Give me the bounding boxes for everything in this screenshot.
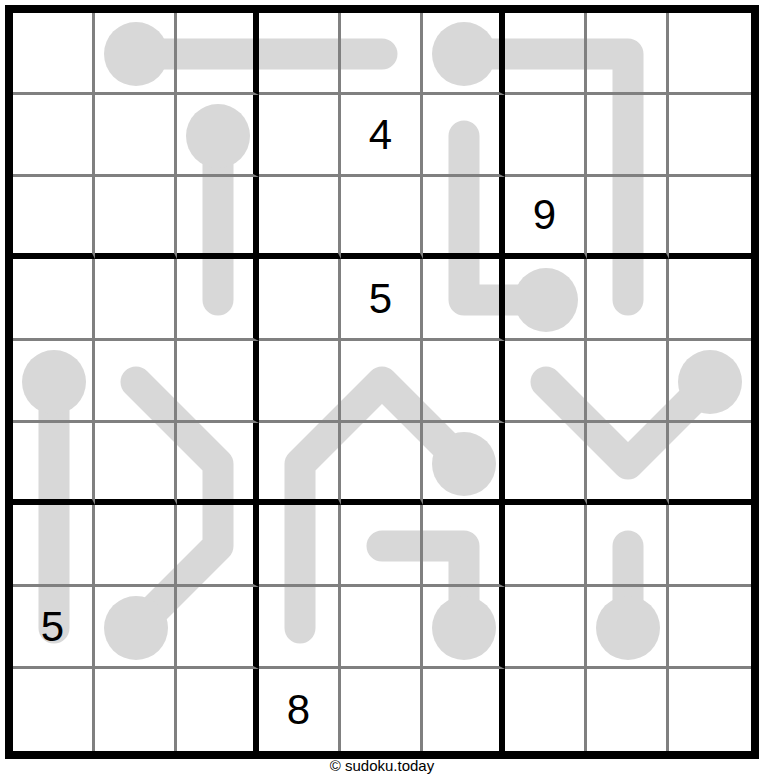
cell-r8c7[interactable]: [587, 669, 669, 751]
cell-r7c6[interactable]: [505, 587, 587, 669]
cell-r1c7[interactable]: [587, 95, 669, 177]
cell-r3c5[interactable]: [423, 259, 505, 341]
cell-r4c0[interactable]: [13, 341, 95, 423]
cell-r3c2[interactable]: [177, 259, 259, 341]
cell-r8c2[interactable]: [177, 669, 259, 751]
cell-r8c0[interactable]: [13, 669, 95, 751]
cell-r6c6[interactable]: [505, 505, 587, 587]
given-digit: 5: [369, 278, 392, 320]
cell-r7c0[interactable]: 5: [13, 587, 95, 669]
cell-r7c7[interactable]: [587, 587, 669, 669]
cell-r3c8[interactable]: [669, 259, 751, 341]
cell-r7c2[interactable]: [177, 587, 259, 669]
cell-r0c8[interactable]: [669, 13, 751, 95]
given-digit: 5: [41, 606, 64, 648]
cell-r3c3[interactable]: [259, 259, 341, 341]
cell-r7c8[interactable]: [669, 587, 751, 669]
cell-r2c3[interactable]: [259, 177, 341, 259]
cell-r2c1[interactable]: [95, 177, 177, 259]
given-digit: 4: [369, 114, 392, 156]
sudoku-board: 49558: [5, 5, 759, 759]
cell-r5c8[interactable]: [669, 423, 751, 505]
cell-r1c6[interactable]: [505, 95, 587, 177]
cell-r7c4[interactable]: [341, 587, 423, 669]
cell-r4c4[interactable]: [341, 341, 423, 423]
cell-r7c1[interactable]: [95, 587, 177, 669]
cell-r5c7[interactable]: [587, 423, 669, 505]
cell-r8c3[interactable]: 8: [259, 669, 341, 751]
cell-r4c3[interactable]: [259, 341, 341, 423]
cell-r8c1[interactable]: [95, 669, 177, 751]
cell-r8c6[interactable]: [505, 669, 587, 751]
cell-r1c0[interactable]: [13, 95, 95, 177]
cell-r8c8[interactable]: [669, 669, 751, 751]
cell-r5c4[interactable]: [341, 423, 423, 505]
given-digit: 8: [287, 689, 310, 731]
cell-r0c6[interactable]: [505, 13, 587, 95]
cell-r4c5[interactable]: [423, 341, 505, 423]
cell-r1c2[interactable]: [177, 95, 259, 177]
footer-credit: © sudoku.today: [5, 756, 759, 775]
puzzle-page: 49558 © sudoku.today: [0, 0, 767, 777]
cell-r0c4[interactable]: [341, 13, 423, 95]
cell-r2c6[interactable]: 9: [505, 177, 587, 259]
cell-r1c8[interactable]: [669, 95, 751, 177]
cell-r3c4[interactable]: 5: [341, 259, 423, 341]
cell-r0c1[interactable]: [95, 13, 177, 95]
cell-r0c2[interactable]: [177, 13, 259, 95]
cell-r7c5[interactable]: [423, 587, 505, 669]
cell-r2c0[interactable]: [13, 177, 95, 259]
cell-r2c4[interactable]: [341, 177, 423, 259]
cell-r4c6[interactable]: [505, 341, 587, 423]
cell-r0c0[interactable]: [13, 13, 95, 95]
cell-r5c6[interactable]: [505, 423, 587, 505]
cell-r3c6[interactable]: [505, 259, 587, 341]
cell-r2c2[interactable]: [177, 177, 259, 259]
cell-r1c4[interactable]: 4: [341, 95, 423, 177]
cell-r6c8[interactable]: [669, 505, 751, 587]
cell-r6c1[interactable]: [95, 505, 177, 587]
cell-r0c5[interactable]: [423, 13, 505, 95]
cell-r8c4[interactable]: [341, 669, 423, 751]
cell-r5c5[interactable]: [423, 423, 505, 505]
cell-r5c3[interactable]: [259, 423, 341, 505]
cell-r1c5[interactable]: [423, 95, 505, 177]
cell-r5c1[interactable]: [95, 423, 177, 505]
given-digit: 9: [533, 194, 556, 236]
cell-r0c7[interactable]: [587, 13, 669, 95]
cell-r4c7[interactable]: [587, 341, 669, 423]
cell-r6c2[interactable]: [177, 505, 259, 587]
cell-r2c7[interactable]: [587, 177, 669, 259]
cell-r5c2[interactable]: [177, 423, 259, 505]
cell-r1c3[interactable]: [259, 95, 341, 177]
sudoku-grid: 49558: [13, 13, 751, 751]
cell-r6c5[interactable]: [423, 505, 505, 587]
cell-r5c0[interactable]: [13, 423, 95, 505]
cell-r7c3[interactable]: [259, 587, 341, 669]
cell-r3c0[interactable]: [13, 259, 95, 341]
cell-r6c4[interactable]: [341, 505, 423, 587]
cell-r6c0[interactable]: [13, 505, 95, 587]
cell-r0c3[interactable]: [259, 13, 341, 95]
cell-r6c7[interactable]: [587, 505, 669, 587]
cell-r2c8[interactable]: [669, 177, 751, 259]
cell-r6c3[interactable]: [259, 505, 341, 587]
cell-r8c5[interactable]: [423, 669, 505, 751]
cell-r3c1[interactable]: [95, 259, 177, 341]
cell-r3c7[interactable]: [587, 259, 669, 341]
cell-r4c1[interactable]: [95, 341, 177, 423]
cell-r1c1[interactable]: [95, 95, 177, 177]
cell-r4c2[interactable]: [177, 341, 259, 423]
cell-r4c8[interactable]: [669, 341, 751, 423]
cell-r2c5[interactable]: [423, 177, 505, 259]
